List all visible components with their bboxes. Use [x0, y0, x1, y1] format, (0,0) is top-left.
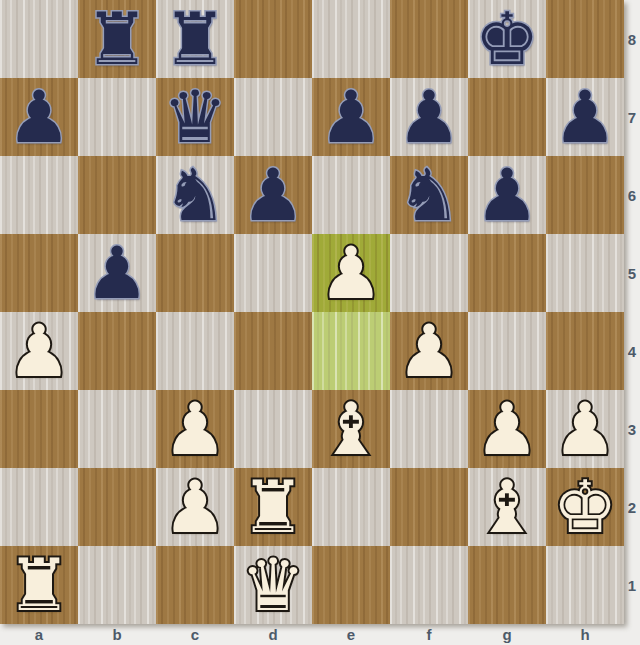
square-e2[interactable] — [312, 468, 390, 546]
square-e8[interactable] — [312, 0, 390, 78]
square-d3[interactable] — [234, 390, 312, 468]
square-h4[interactable] — [546, 312, 624, 390]
pawn-glyph-fill: ♟ — [468, 156, 546, 234]
square-f1[interactable] — [390, 546, 468, 624]
piece-black-rook[interactable]: ♜♜ — [156, 0, 234, 78]
square-d7[interactable] — [234, 78, 312, 156]
file-label-c: c — [156, 624, 234, 645]
square-c1[interactable] — [156, 546, 234, 624]
rank-label-1: 1 — [624, 546, 640, 624]
square-g5[interactable] — [468, 234, 546, 312]
pawn-glyph-fill: ♟ — [546, 78, 624, 156]
square-f8[interactable] — [390, 0, 468, 78]
file-label-g: g — [468, 624, 546, 645]
piece-black-pawn[interactable]: ♟♟ — [78, 234, 156, 312]
square-b8[interactable]: ♜♜ — [78, 0, 156, 78]
square-e1[interactable] — [312, 546, 390, 624]
square-e6[interactable] — [312, 156, 390, 234]
pawn-glyph-fill: ♟ — [234, 156, 312, 234]
square-g3[interactable]: ♟♟ — [468, 390, 546, 468]
square-e3[interactable]: ♝♝ — [312, 390, 390, 468]
square-f4[interactable]: ♟♟ — [390, 312, 468, 390]
piece-black-pawn[interactable]: ♟♟ — [390, 78, 468, 156]
square-a6[interactable] — [0, 156, 78, 234]
square-d2[interactable]: ♜♜ — [234, 468, 312, 546]
square-a2[interactable] — [0, 468, 78, 546]
pawn-glyph-fill: ♟ — [312, 78, 390, 156]
square-a7[interactable]: ♟♟ — [0, 78, 78, 156]
rank-label-8: 8 — [624, 0, 640, 78]
square-g2[interactable]: ♝♝ — [468, 468, 546, 546]
square-d8[interactable] — [234, 0, 312, 78]
pawn-glyph-fill: ♟ — [468, 390, 546, 468]
pawn-glyph-fill: ♟ — [156, 468, 234, 546]
square-b6[interactable] — [78, 156, 156, 234]
piece-white-king[interactable]: ♚♚ — [546, 468, 624, 546]
square-f6[interactable]: ♞♞ — [390, 156, 468, 234]
rank-label-7: 7 — [624, 78, 640, 156]
pawn-glyph-fill: ♟ — [78, 234, 156, 312]
piece-black-knight[interactable]: ♞♞ — [390, 156, 468, 234]
piece-white-pawn[interactable]: ♟♟ — [0, 312, 78, 390]
pawn-glyph-fill: ♟ — [0, 78, 78, 156]
chess-app: ♜♜♜♜♚♚♟♟♛♛♟♟♟♟♟♟♞♞♟♟♞♞♟♟♟♟♟♟♟♟♟♟♟♟♝♝♟♟♟♟… — [0, 0, 640, 645]
square-c8[interactable]: ♜♜ — [156, 0, 234, 78]
pawn-glyph-fill: ♟ — [390, 312, 468, 390]
square-h7[interactable]: ♟♟ — [546, 78, 624, 156]
square-h5[interactable] — [546, 234, 624, 312]
square-a1[interactable]: ♜♜ — [0, 546, 78, 624]
rook-glyph-fill: ♜ — [0, 546, 78, 624]
file-label-e: e — [312, 624, 390, 645]
king-glyph-fill: ♚ — [546, 468, 624, 546]
square-d4[interactable] — [234, 312, 312, 390]
piece-white-pawn[interactable]: ♟♟ — [468, 390, 546, 468]
piece-white-rook[interactable]: ♜♜ — [234, 468, 312, 546]
square-g1[interactable] — [468, 546, 546, 624]
piece-black-pawn[interactable]: ♟♟ — [546, 78, 624, 156]
knight-glyph-fill: ♞ — [156, 156, 234, 234]
rank-label-6: 6 — [624, 156, 640, 234]
piece-white-pawn[interactable]: ♟♟ — [312, 234, 390, 312]
king-glyph-fill: ♚ — [468, 0, 546, 78]
pawn-glyph-fill: ♟ — [312, 234, 390, 312]
square-c7[interactable]: ♛♛ — [156, 78, 234, 156]
queen-glyph-fill: ♛ — [156, 78, 234, 156]
square-g8[interactable]: ♚♚ — [468, 0, 546, 78]
piece-black-pawn[interactable]: ♟♟ — [234, 156, 312, 234]
piece-white-pawn[interactable]: ♟♟ — [390, 312, 468, 390]
piece-white-bishop[interactable]: ♝♝ — [468, 468, 546, 546]
pawn-glyph-fill: ♟ — [0, 312, 78, 390]
square-b1[interactable] — [78, 546, 156, 624]
knight-glyph-fill: ♞ — [390, 156, 468, 234]
square-h1[interactable] — [546, 546, 624, 624]
square-d6[interactable]: ♟♟ — [234, 156, 312, 234]
square-d5[interactable] — [234, 234, 312, 312]
square-h8[interactable] — [546, 0, 624, 78]
rook-glyph-fill: ♜ — [234, 468, 312, 546]
pawn-glyph-fill: ♟ — [390, 78, 468, 156]
piece-black-pawn[interactable]: ♟♟ — [312, 78, 390, 156]
pawn-glyph-fill: ♟ — [156, 390, 234, 468]
piece-white-bishop[interactable]: ♝♝ — [312, 390, 390, 468]
piece-white-queen[interactable]: ♛♛ — [234, 546, 312, 624]
square-b7[interactable] — [78, 78, 156, 156]
piece-black-pawn[interactable]: ♟♟ — [0, 78, 78, 156]
square-a8[interactable] — [0, 0, 78, 78]
file-label-b: b — [78, 624, 156, 645]
square-b2[interactable] — [78, 468, 156, 546]
piece-black-king[interactable]: ♚♚ — [468, 0, 546, 78]
rank-labels: 87654321 — [624, 0, 640, 624]
square-e7[interactable]: ♟♟ — [312, 78, 390, 156]
square-e5[interactable]: ♟♟ — [312, 234, 390, 312]
square-a3[interactable] — [0, 390, 78, 468]
bishop-glyph-fill: ♝ — [312, 390, 390, 468]
square-f2[interactable] — [390, 468, 468, 546]
piece-black-pawn[interactable]: ♟♟ — [468, 156, 546, 234]
file-label-a: a — [0, 624, 78, 645]
square-h3[interactable]: ♟♟ — [546, 390, 624, 468]
piece-white-pawn[interactable]: ♟♟ — [156, 468, 234, 546]
piece-black-rook[interactable]: ♜♜ — [78, 0, 156, 78]
queen-glyph-fill: ♛ — [234, 546, 312, 624]
square-d1[interactable]: ♛♛ — [234, 546, 312, 624]
file-label-f: f — [390, 624, 468, 645]
pawn-glyph-fill: ♟ — [546, 390, 624, 468]
rank-label-2: 2 — [624, 468, 640, 546]
piece-black-queen[interactable]: ♛♛ — [156, 78, 234, 156]
square-f3[interactable] — [390, 390, 468, 468]
rank-label-5: 5 — [624, 234, 640, 312]
piece-black-knight[interactable]: ♞♞ — [156, 156, 234, 234]
file-labels: abcdefgh — [0, 624, 624, 645]
piece-white-pawn[interactable]: ♟♟ — [156, 390, 234, 468]
rook-glyph-fill: ♜ — [78, 0, 156, 78]
square-h2[interactable]: ♚♚ — [546, 468, 624, 546]
bishop-glyph-fill: ♝ — [468, 468, 546, 546]
square-h6[interactable] — [546, 156, 624, 234]
square-c5[interactable] — [156, 234, 234, 312]
square-c6[interactable]: ♞♞ — [156, 156, 234, 234]
piece-white-rook[interactable]: ♜♜ — [0, 546, 78, 624]
square-c2[interactable]: ♟♟ — [156, 468, 234, 546]
square-c4[interactable] — [156, 312, 234, 390]
square-f5[interactable] — [390, 234, 468, 312]
rank-label-3: 3 — [624, 390, 640, 468]
file-label-h: h — [546, 624, 624, 645]
square-g6[interactable]: ♟♟ — [468, 156, 546, 234]
piece-white-pawn[interactable]: ♟♟ — [546, 390, 624, 468]
square-c3[interactable]: ♟♟ — [156, 390, 234, 468]
chess-board: ♜♜♜♜♚♚♟♟♛♛♟♟♟♟♟♟♞♞♟♟♞♞♟♟♟♟♟♟♟♟♟♟♟♟♝♝♟♟♟♟… — [0, 0, 624, 624]
square-g7[interactable] — [468, 78, 546, 156]
square-e4[interactable] — [312, 312, 390, 390]
square-b3[interactable] — [78, 390, 156, 468]
square-a4[interactable]: ♟♟ — [0, 312, 78, 390]
file-label-d: d — [234, 624, 312, 645]
square-a5[interactable] — [0, 234, 78, 312]
square-b5[interactable]: ♟♟ — [78, 234, 156, 312]
square-b4[interactable] — [78, 312, 156, 390]
square-g4[interactable] — [468, 312, 546, 390]
rook-glyph-fill: ♜ — [156, 0, 234, 78]
rank-label-4: 4 — [624, 312, 640, 390]
square-f7[interactable]: ♟♟ — [390, 78, 468, 156]
